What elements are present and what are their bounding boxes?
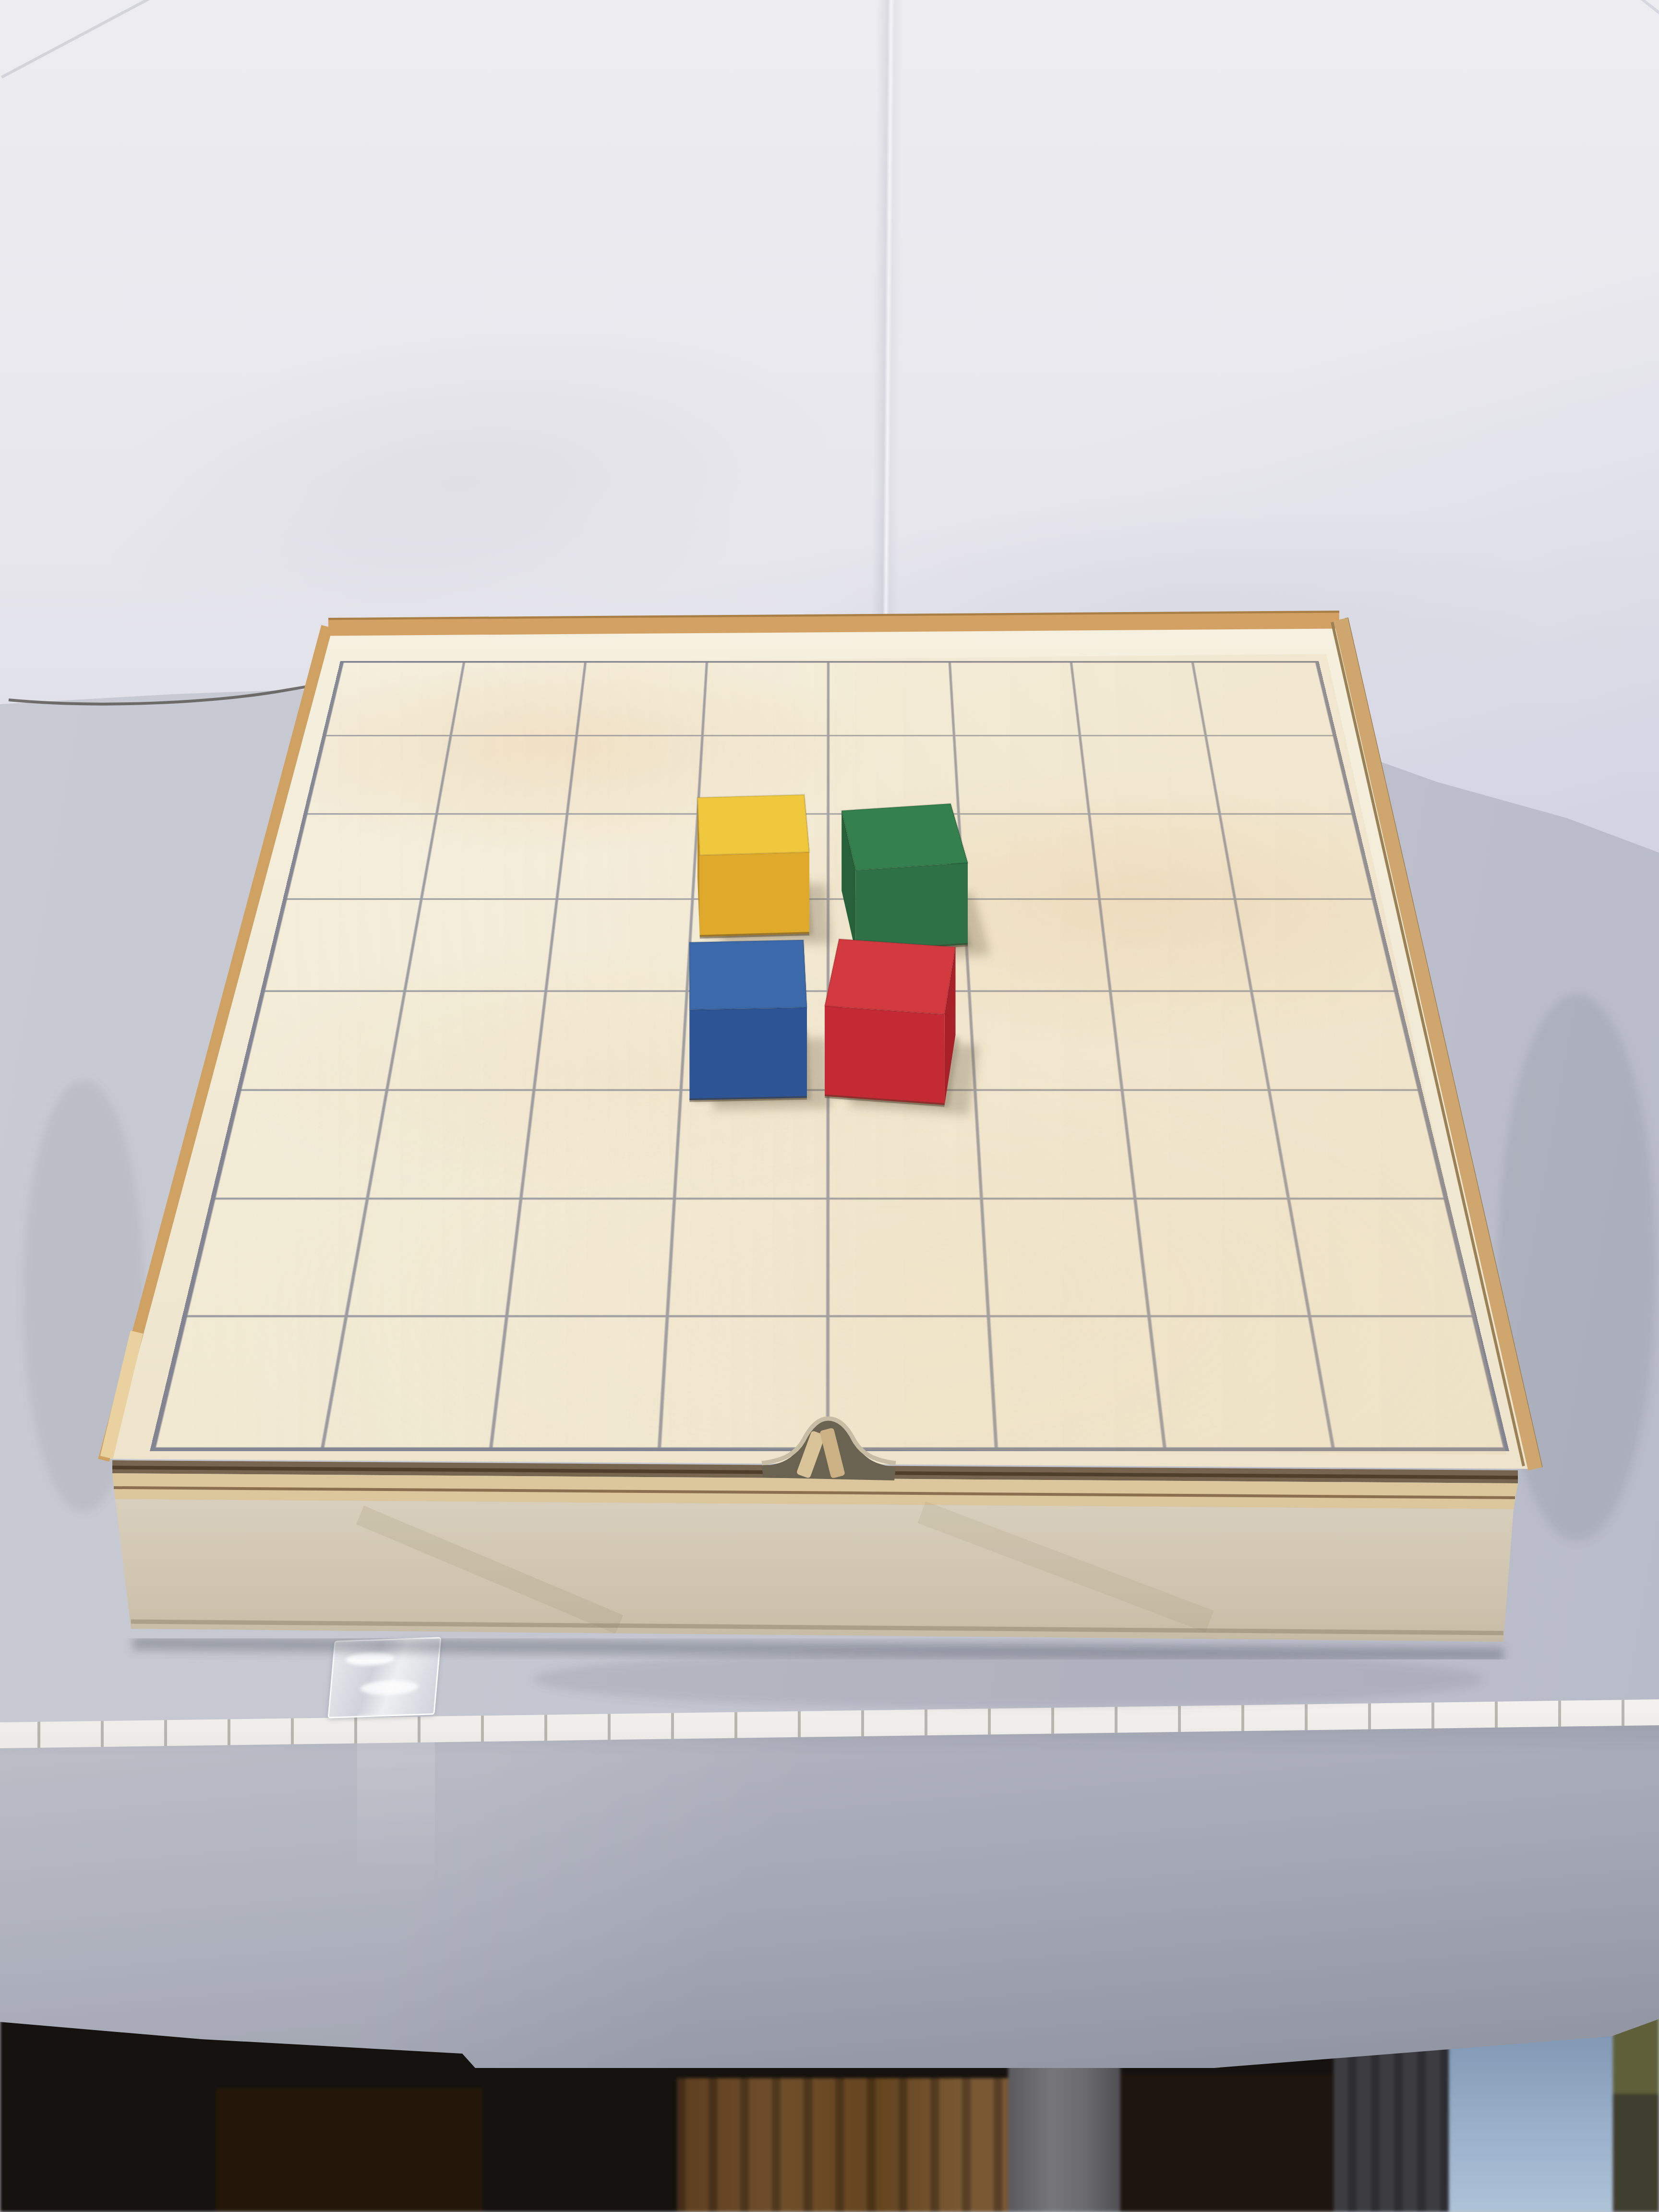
cell-r6c3[interactable]: [522, 1091, 682, 1200]
cell-r7c2[interactable]: [348, 1199, 522, 1317]
cell-r6c8[interactable]: [1271, 1091, 1443, 1200]
under-table-gray-post: [1008, 2056, 1120, 2212]
under-table-dark-panel: [1334, 2045, 1449, 2212]
cell-r6c7[interactable]: [1124, 1091, 1290, 1200]
cell-r5c3[interactable]: [535, 992, 688, 1091]
cell-r1c4[interactable]: [704, 663, 829, 736]
cell-r1c1[interactable]: [326, 663, 465, 736]
cell-r6c4[interactable]: [676, 1091, 829, 1200]
cell-r8c4[interactable]: [661, 1318, 829, 1447]
cell-r8c6[interactable]: [990, 1318, 1166, 1447]
cell-r1c5[interactable]: [829, 663, 955, 736]
cell-r3c1[interactable]: [287, 815, 438, 900]
cell-r7c5[interactable]: [829, 1199, 990, 1317]
cell-r7c8[interactable]: [1290, 1199, 1472, 1317]
bag-highlight-icon: [345, 1651, 396, 1666]
cell-r4c8[interactable]: [1237, 900, 1394, 991]
photo-scene: [0, 0, 1659, 2212]
paper-crease-left-icon: [1, 0, 244, 78]
cell-r1c3[interactable]: [578, 663, 708, 736]
cell-r5c7[interactable]: [1112, 992, 1271, 1091]
cell-r3c2[interactable]: [422, 815, 568, 900]
under-table-dark-brown: [216, 2088, 482, 2212]
cell-r4c3[interactable]: [547, 900, 694, 991]
cell-r8c8[interactable]: [1311, 1318, 1503, 1447]
under-table-blue-panel: [1449, 2028, 1613, 2212]
cell-r3c3[interactable]: [558, 815, 699, 900]
cell-r8c3[interactable]: [493, 1318, 669, 1447]
cell-r4c2[interactable]: [406, 900, 558, 991]
paper-shadow-soft-1: [71, 287, 851, 678]
cell-r2c8[interactable]: [1207, 736, 1351, 815]
cell-r8c7[interactable]: [1151, 1318, 1334, 1447]
under-table-olive-dark: [1613, 2094, 1659, 2212]
cell-r7c4[interactable]: [669, 1199, 829, 1317]
cell-r3c6[interactable]: [960, 815, 1101, 900]
cell-r6c1[interactable]: [215, 1091, 388, 1200]
cell-r8c1[interactable]: [156, 1318, 348, 1447]
bag-highlight-icon: [360, 1679, 419, 1695]
cell-r5c6[interactable]: [971, 992, 1124, 1091]
cell-r2c6[interactable]: [955, 736, 1091, 815]
cell-r8c2[interactable]: [325, 1318, 508, 1447]
cell-r4c4[interactable]: [688, 900, 829, 991]
cell-r4c5[interactable]: [829, 900, 971, 991]
board-grid: [150, 661, 1509, 1451]
cell-r6c5[interactable]: [829, 1091, 983, 1200]
cell-r7c7[interactable]: [1137, 1199, 1311, 1317]
cell-r1c7[interactable]: [1072, 663, 1207, 736]
cell-r7c6[interactable]: [983, 1199, 1151, 1317]
cell-r4c7[interactable]: [1101, 900, 1253, 991]
under-table-shadow-block: [1120, 2074, 1334, 2212]
cell-r3c5[interactable]: [829, 815, 965, 900]
cell-r2c4[interactable]: [699, 736, 829, 815]
cell-r5c1[interactable]: [241, 992, 406, 1091]
cell-r3c7[interactable]: [1091, 815, 1237, 900]
paper-crease-right-icon: [1574, 0, 1659, 46]
cell-r7c1[interactable]: [187, 1199, 369, 1317]
cell-r4c1[interactable]: [265, 900, 422, 991]
under-table-wood-leg: [677, 2078, 1015, 2212]
cell-r2c5[interactable]: [829, 736, 960, 815]
cell-r5c2[interactable]: [388, 992, 547, 1091]
plastic-bag[interactable]: [327, 1637, 441, 1719]
cell-r2c7[interactable]: [1081, 736, 1221, 815]
cell-r5c8[interactable]: [1253, 992, 1418, 1091]
cell-r5c4[interactable]: [683, 992, 829, 1091]
cell-r2c2[interactable]: [438, 736, 578, 815]
cell-r1c2[interactable]: [452, 663, 587, 736]
cell-r7c3[interactable]: [508, 1199, 676, 1317]
cell-r3c8[interactable]: [1221, 815, 1372, 900]
cell-r3c4[interactable]: [694, 815, 829, 900]
cell-r5c5[interactable]: [829, 992, 976, 1091]
cell-r1c6[interactable]: [951, 663, 1081, 736]
cell-r2c1[interactable]: [307, 736, 452, 815]
cell-r2c3[interactable]: [568, 736, 704, 815]
hanging-sheet: [0, 1696, 1659, 2071]
cell-r1c8[interactable]: [1194, 663, 1333, 736]
cell-r6c2[interactable]: [369, 1091, 535, 1200]
cell-r8c5[interactable]: [829, 1318, 998, 1447]
cell-r6c6[interactable]: [976, 1091, 1136, 1200]
cell-r4c6[interactable]: [965, 900, 1112, 991]
